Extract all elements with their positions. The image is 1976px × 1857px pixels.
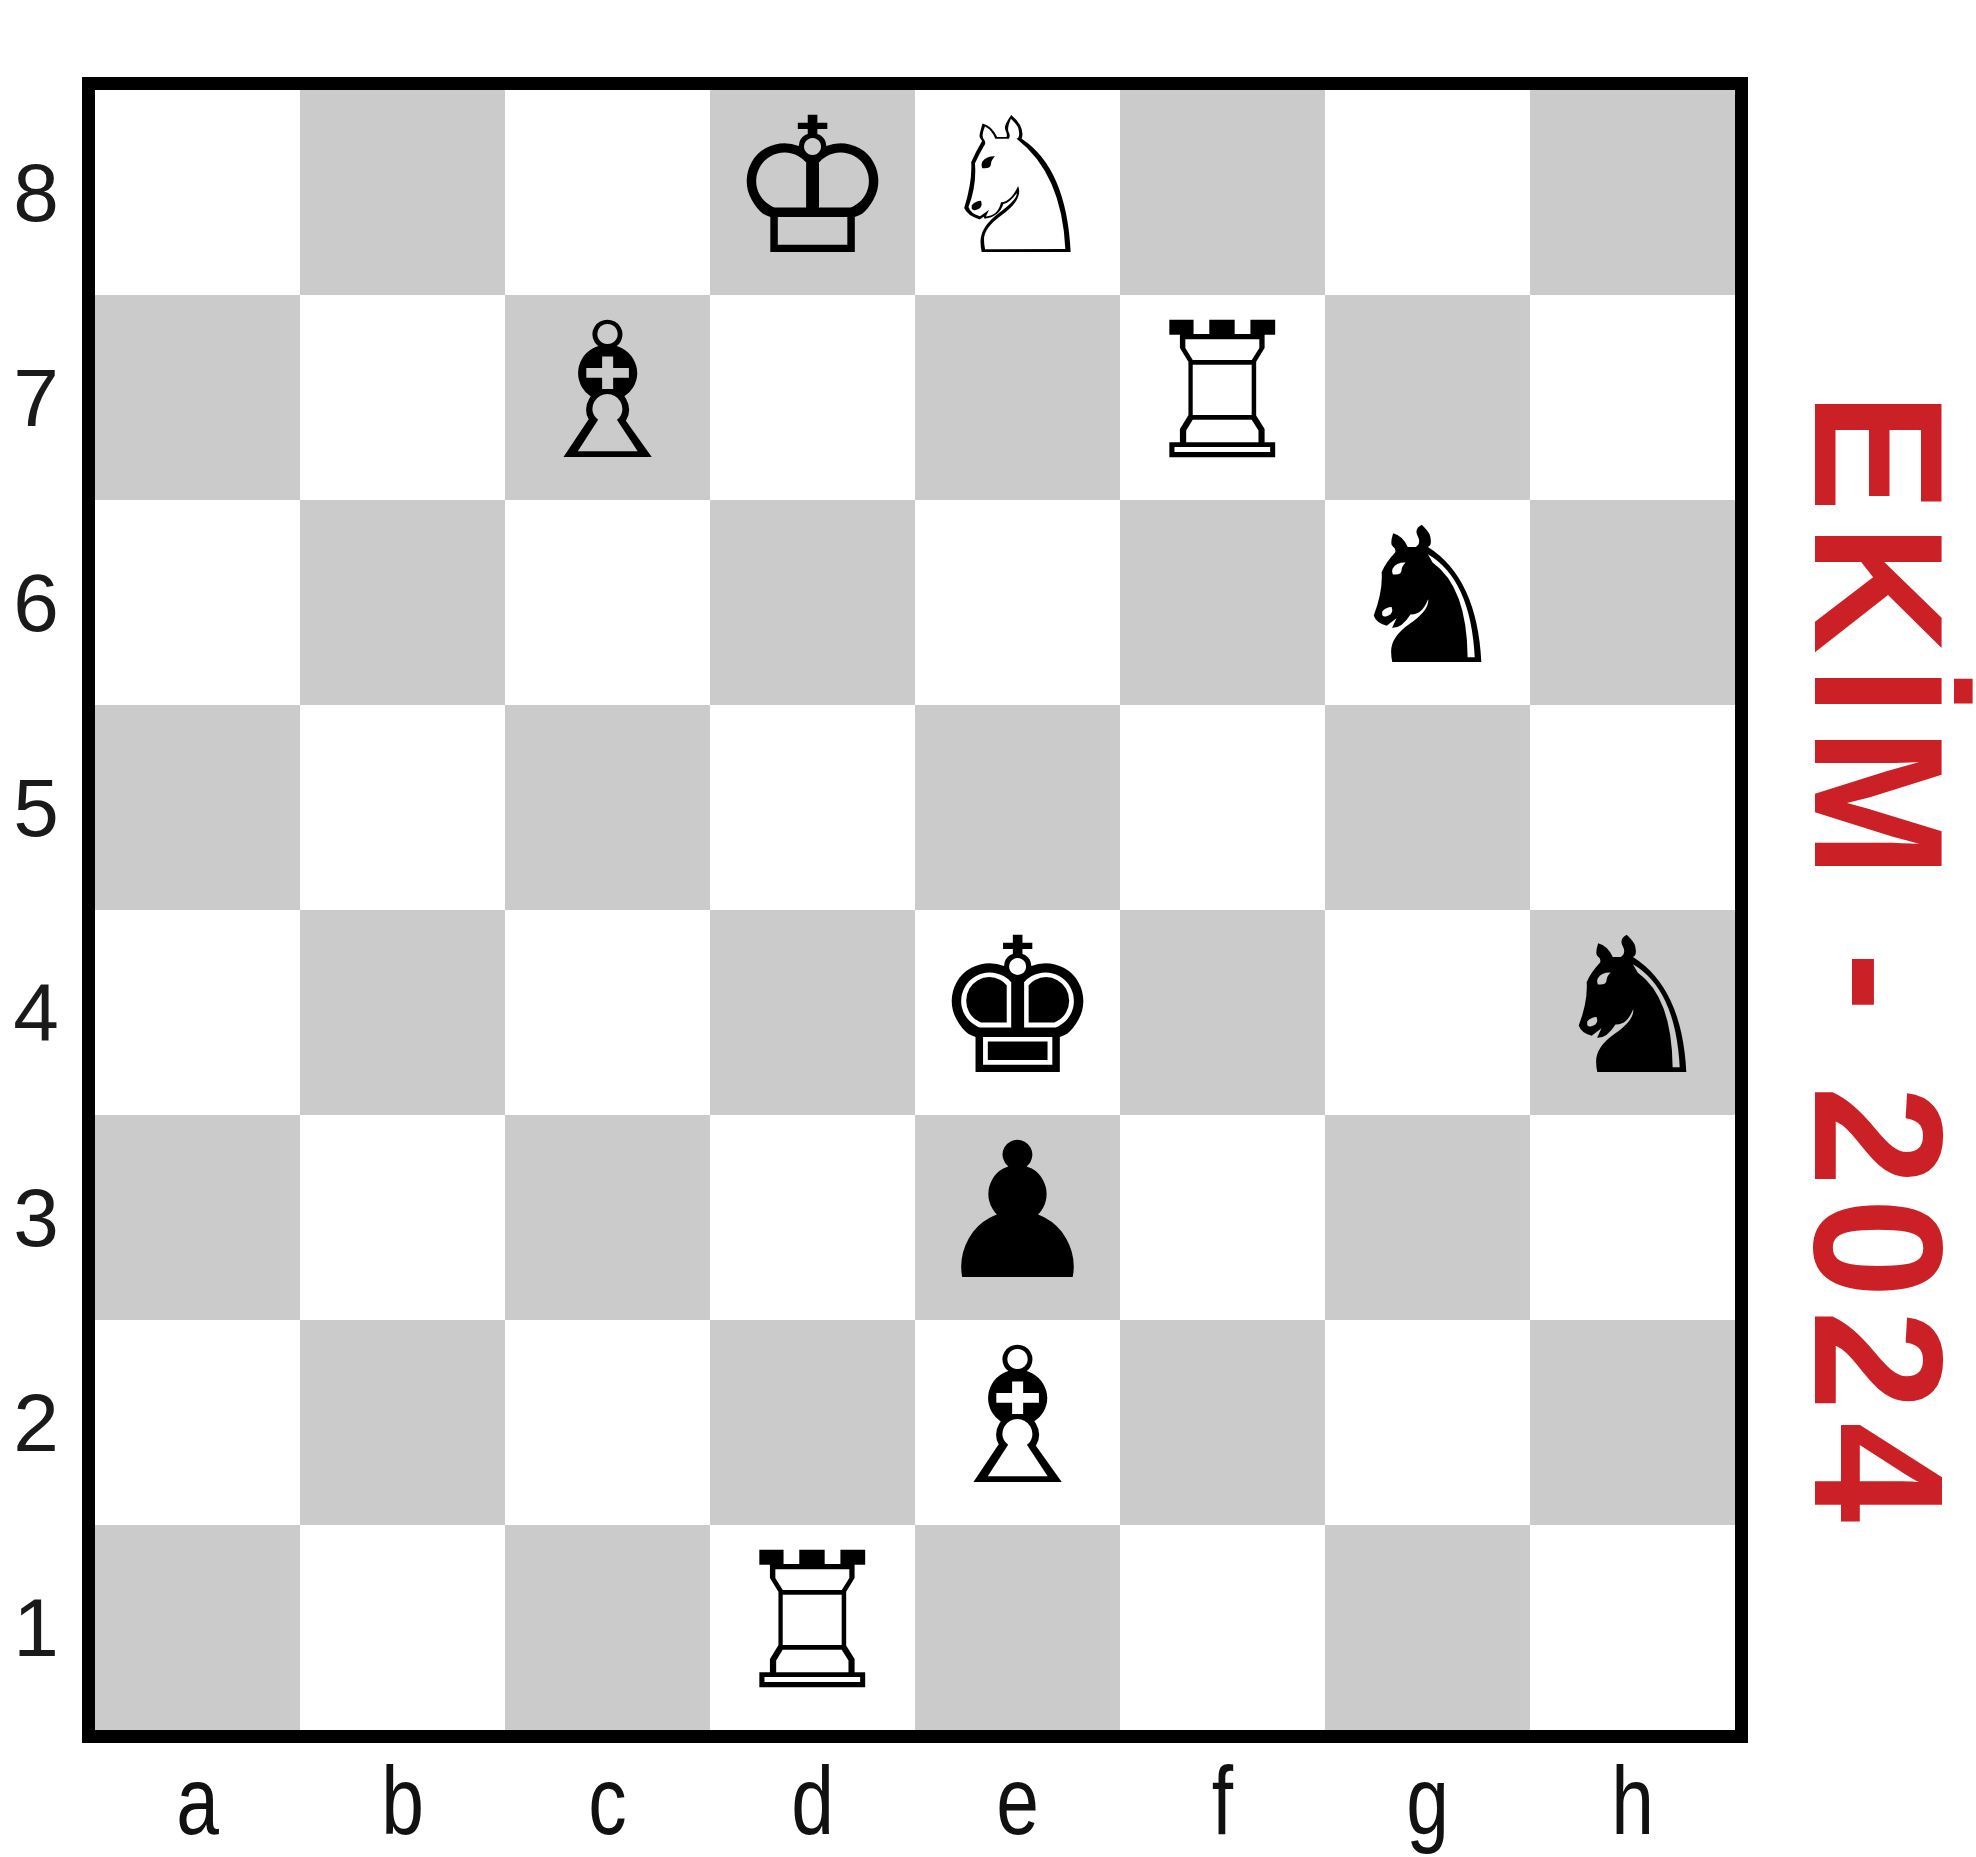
square-h7[interactable]: [1530, 295, 1735, 500]
square-d1[interactable]: ♖: [710, 1525, 915, 1730]
square-a6[interactable]: [95, 500, 300, 705]
square-f8[interactable]: [1120, 90, 1325, 295]
square-f4[interactable]: [1120, 910, 1325, 1115]
file-label-c: c: [526, 1748, 690, 1853]
square-c6[interactable]: [505, 500, 710, 705]
black-knight: ♞: [1343, 494, 1512, 699]
square-d5[interactable]: [710, 705, 915, 910]
white-rook: ♖: [728, 1519, 897, 1724]
square-c5[interactable]: [505, 705, 710, 910]
square-e7[interactable]: [915, 295, 1120, 500]
square-f1[interactable]: [1120, 1525, 1325, 1730]
rank-label-5: 5: [0, 705, 72, 910]
square-e8[interactable]: ♘: [915, 90, 1120, 295]
file-label-d: d: [731, 1748, 895, 1853]
square-e3[interactable]: ♟: [915, 1115, 1120, 1320]
square-a8[interactable]: [95, 90, 300, 295]
file-label-g: g: [1346, 1748, 1510, 1853]
square-d3[interactable]: [710, 1115, 915, 1320]
square-g4[interactable]: [1325, 910, 1530, 1115]
chess-board: ♔♘♗♖♞♚♞♟♗♖: [82, 77, 1748, 1743]
rank-label-1: 1: [0, 1525, 72, 1730]
square-b2[interactable]: [300, 1320, 505, 1525]
rank-label-8: 8: [0, 90, 72, 295]
square-g3[interactable]: [1325, 1115, 1530, 1320]
square-e6[interactable]: [915, 500, 1120, 705]
square-f3[interactable]: [1120, 1115, 1325, 1320]
white-bishop: ♗: [523, 289, 692, 494]
diagram-label: EKİM - 2024: [1786, 392, 1970, 1534]
square-g8[interactable]: [1325, 90, 1530, 295]
rank-labels: 87654321: [0, 90, 72, 1730]
square-g6[interactable]: ♞: [1325, 500, 1530, 705]
square-h5[interactable]: [1530, 705, 1735, 910]
square-b5[interactable]: [300, 705, 505, 910]
square-h3[interactable]: [1530, 1115, 1735, 1320]
file-label-a: a: [116, 1748, 280, 1853]
square-h1[interactable]: [1530, 1525, 1735, 1730]
file-label-e: e: [936, 1748, 1100, 1853]
black-pawn: ♟: [933, 1109, 1102, 1314]
square-b8[interactable]: [300, 90, 505, 295]
square-b1[interactable]: [300, 1525, 505, 1730]
rank-label-7: 7: [0, 295, 72, 500]
square-c2[interactable]: [505, 1320, 710, 1525]
square-b4[interactable]: [300, 910, 505, 1115]
square-d2[interactable]: [710, 1320, 915, 1525]
square-c3[interactable]: [505, 1115, 710, 1320]
square-c7[interactable]: ♗: [505, 295, 710, 500]
square-a2[interactable]: [95, 1320, 300, 1525]
square-d8[interactable]: ♔: [710, 90, 915, 295]
rank-label-6: 6: [0, 500, 72, 705]
square-g1[interactable]: [1325, 1525, 1530, 1730]
file-label-h: h: [1551, 1748, 1715, 1853]
black-knight: ♞: [1548, 904, 1717, 1109]
square-b3[interactable]: [300, 1115, 505, 1320]
square-g7[interactable]: [1325, 295, 1530, 500]
square-a4[interactable]: [95, 910, 300, 1115]
square-g5[interactable]: [1325, 705, 1530, 910]
rank-label-3: 3: [0, 1115, 72, 1320]
file-labels: abcdefgh: [95, 1748, 1735, 1853]
rank-label-2: 2: [0, 1320, 72, 1525]
file-label-b: b: [321, 1748, 485, 1853]
square-e5[interactable]: [915, 705, 1120, 910]
square-e2[interactable]: ♗: [915, 1320, 1120, 1525]
square-h2[interactable]: [1530, 1320, 1735, 1525]
square-a1[interactable]: [95, 1525, 300, 1730]
square-a3[interactable]: [95, 1115, 300, 1320]
square-f5[interactable]: [1120, 705, 1325, 910]
square-a7[interactable]: [95, 295, 300, 500]
square-h8[interactable]: [1530, 90, 1735, 295]
square-a5[interactable]: [95, 705, 300, 910]
square-d7[interactable]: [710, 295, 915, 500]
white-bishop: ♗: [933, 1314, 1102, 1519]
square-e1[interactable]: [915, 1525, 1120, 1730]
white-king: ♔: [728, 84, 897, 289]
square-f6[interactable]: [1120, 500, 1325, 705]
square-f2[interactable]: [1120, 1320, 1325, 1525]
square-d4[interactable]: [710, 910, 915, 1115]
square-c1[interactable]: [505, 1525, 710, 1730]
rank-label-4: 4: [0, 910, 72, 1115]
page: 87654321 ♔♘♗♖♞♚♞♟♗♖ abcdefgh EKİM - 2024: [0, 0, 1976, 1857]
square-f7[interactable]: ♖: [1120, 295, 1325, 500]
square-b7[interactable]: [300, 295, 505, 500]
square-e4[interactable]: ♚: [915, 910, 1120, 1115]
white-rook: ♖: [1138, 289, 1307, 494]
file-label-f: f: [1141, 1748, 1305, 1853]
square-g2[interactable]: [1325, 1320, 1530, 1525]
square-d6[interactable]: [710, 500, 915, 705]
black-king: ♚: [933, 904, 1102, 1109]
square-c8[interactable]: [505, 90, 710, 295]
square-h4[interactable]: ♞: [1530, 910, 1735, 1115]
square-h6[interactable]: [1530, 500, 1735, 705]
square-b6[interactable]: [300, 500, 505, 705]
square-c4[interactable]: [505, 910, 710, 1115]
white-knight: ♘: [933, 84, 1102, 289]
